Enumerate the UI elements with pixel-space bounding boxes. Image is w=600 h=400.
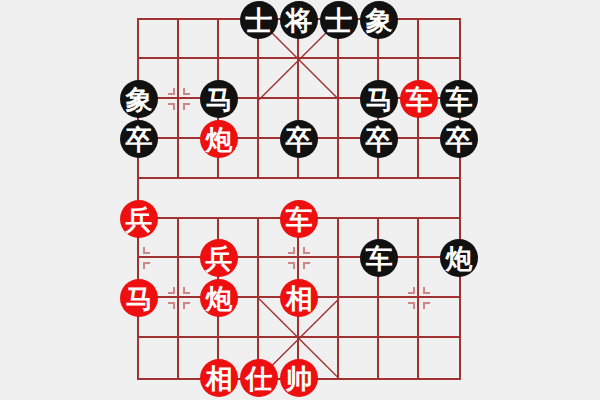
xiangqi-app: 士将士象象马马车车卒炮卒卒卒兵车兵车炮马炮相相仕帅 bbox=[0, 0, 600, 400]
piece-red-horse[interactable]: 马 bbox=[120, 279, 158, 317]
piece-red-soldier[interactable]: 兵 bbox=[120, 200, 158, 238]
piece-red-chariot[interactable]: 车 bbox=[400, 80, 438, 118]
piece-black-soldier[interactable]: 卒 bbox=[360, 120, 398, 158]
piece-black-soldier[interactable]: 卒 bbox=[280, 120, 318, 158]
piece-red-elephant[interactable]: 相 bbox=[280, 279, 318, 317]
piece-red-cannon[interactable]: 炮 bbox=[200, 279, 238, 317]
piece-black-horse[interactable]: 马 bbox=[360, 80, 398, 118]
piece-black-cannon[interactable]: 炮 bbox=[440, 239, 478, 277]
piece-red-elephant[interactable]: 相 bbox=[200, 359, 238, 397]
piece-black-soldier[interactable]: 卒 bbox=[120, 120, 158, 158]
piece-black-advisor[interactable]: 士 bbox=[320, 1, 358, 39]
piece-red-soldier[interactable]: 兵 bbox=[200, 239, 238, 277]
piece-black-soldier[interactable]: 卒 bbox=[440, 120, 478, 158]
piece-black-elephant[interactable]: 象 bbox=[120, 80, 158, 118]
piece-black-chariot[interactable]: 车 bbox=[440, 80, 478, 118]
piece-black-advisor[interactable]: 士 bbox=[240, 1, 278, 39]
piece-black-chariot[interactable]: 车 bbox=[360, 239, 398, 277]
piece-red-general[interactable]: 帅 bbox=[280, 359, 318, 397]
piece-red-chariot[interactable]: 车 bbox=[280, 200, 318, 238]
pieces-layer: 士将士象象马马车车卒炮卒卒卒兵车兵车炮马炮相相仕帅 bbox=[139, 20, 459, 379]
piece-red-advisor[interactable]: 仕 bbox=[240, 359, 278, 397]
piece-black-elephant[interactable]: 象 bbox=[360, 1, 398, 39]
piece-black-general[interactable]: 将 bbox=[280, 1, 318, 39]
piece-black-horse[interactable]: 马 bbox=[200, 80, 238, 118]
piece-red-cannon[interactable]: 炮 bbox=[200, 120, 238, 158]
xiangqi-board: 士将士象象马马车车卒炮卒卒卒兵车兵车炮马炮相相仕帅 bbox=[137, 18, 461, 381]
